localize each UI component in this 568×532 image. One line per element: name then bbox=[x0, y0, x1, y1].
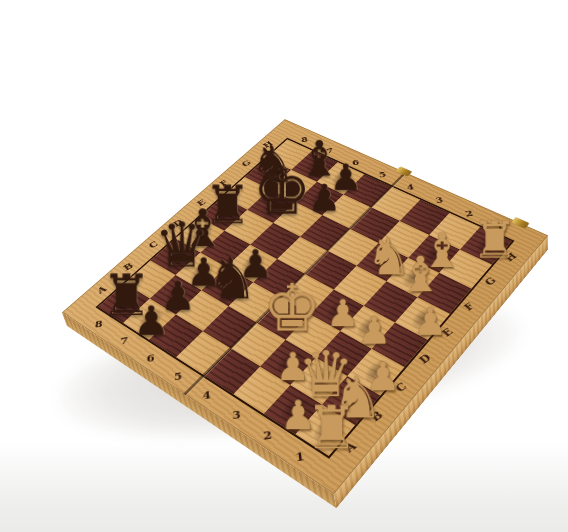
file-label-D-near: D bbox=[417, 352, 434, 366]
black-knight-c6: ♞ bbox=[206, 250, 255, 307]
fold-hinge bbox=[395, 166, 412, 176]
rank-label-8-right: 8 bbox=[301, 136, 309, 144]
square-h5 bbox=[344, 174, 392, 207]
piece-shadow bbox=[209, 202, 241, 226]
square-a7: ♟ bbox=[123, 299, 176, 340]
square-f7: ♚ bbox=[247, 189, 295, 223]
square-h6: ♟ bbox=[317, 162, 364, 194]
piece-shadow bbox=[254, 163, 285, 185]
white-rook-a1: ♜ bbox=[303, 399, 360, 458]
black-king-f7: ♚ bbox=[253, 159, 299, 224]
black-rook-e8: ♜ bbox=[204, 179, 250, 232]
file-label-F-far: F bbox=[218, 179, 230, 188]
playing-squares: ♜♛♝♜♞♟♟♟♚♝♞♟♟♟♚♟♟♞♟♛♟♝♝♜♞♟♟♜ bbox=[98, 139, 511, 455]
file-label-H-far: H bbox=[261, 140, 275, 150]
photo-stage: ♜♛♝♜♞♟♟♟♚♝♞♟♟♟♚♟♟♞♟♛♟♝♝♜♞♟♟♜ 88776655443… bbox=[0, 0, 568, 532]
rank-label-6-left: 6 bbox=[146, 352, 154, 364]
piece-shadow bbox=[301, 155, 332, 177]
square-h7: ♝ bbox=[291, 151, 337, 182]
file-label-G-near: G bbox=[482, 275, 499, 288]
chess-board-3d: ♜♛♝♜♞♟♟♟♚♝♞♟♟♟♚♟♟♞♟♛♟♝♝♜♞♟♟♜ 88776655443… bbox=[62, 119, 548, 494]
square-a1: ♜ bbox=[296, 405, 355, 456]
square-f2: ♝ bbox=[387, 258, 440, 298]
square-g8: ♞ bbox=[245, 158, 291, 189]
square-f8 bbox=[223, 177, 270, 210]
rank-label-3-right: 3 bbox=[434, 196, 444, 206]
black-knight-g8: ♞ bbox=[250, 139, 294, 190]
square-g5 bbox=[322, 194, 371, 228]
square-c4: ♚ bbox=[257, 298, 311, 340]
rank-label-5-left: 5 bbox=[174, 370, 182, 383]
piece-shadow bbox=[185, 223, 218, 248]
file-label-G-far: G bbox=[240, 159, 253, 169]
white-pawn-e1: ♟ bbox=[404, 303, 456, 341]
rank-label-6-right: 6 bbox=[351, 158, 359, 167]
black-pawn-h6: ♟ bbox=[324, 159, 369, 195]
piece-shadow bbox=[326, 167, 357, 190]
rank-label-5-right: 5 bbox=[378, 170, 387, 179]
square-g7 bbox=[270, 170, 317, 202]
square-e8: ♜ bbox=[199, 197, 247, 231]
square-f5 bbox=[300, 215, 350, 251]
white-rook-h1: ♜ bbox=[470, 215, 519, 266]
square-h8 bbox=[266, 139, 312, 169]
perspective-scene: ♜♛♝♜♞♟♟♟♚♝♞♟♟♟♚♟♟♞♟♛♟♝♝♜♞♟♟♜ 88776655443… bbox=[0, 0, 568, 532]
file-label-D-far: D bbox=[171, 218, 185, 229]
rank-label-4-left: 4 bbox=[202, 389, 211, 402]
rank-label-4-right: 4 bbox=[406, 183, 415, 192]
black-bishop-h7: ♝ bbox=[297, 134, 341, 183]
white-bishop-f2: ♝ bbox=[395, 250, 445, 299]
white-pawn-d2: ♟ bbox=[348, 312, 400, 350]
file-label-F-near: F bbox=[461, 301, 476, 313]
board-tilt-wrapper: ♜♛♝♜♞♟♟♟♚♝♞♟♟♟♚♟♟♞♟♛♟♝♝♜♞♟♟♜ 88776655443… bbox=[106, 75, 504, 473]
piece-shadow bbox=[305, 187, 337, 211]
square-g6: ♟ bbox=[296, 182, 344, 215]
piece-shadow bbox=[257, 194, 289, 218]
rank-label-3-left: 3 bbox=[232, 408, 241, 422]
square-e7 bbox=[224, 210, 273, 245]
black-pawn-g6: ♟ bbox=[302, 179, 348, 216]
square-f6 bbox=[273, 202, 322, 237]
black-pawn-a7: ♟ bbox=[126, 300, 176, 341]
square-h1: ♜ bbox=[460, 227, 512, 265]
file-label-E-far: E bbox=[195, 198, 208, 208]
square-c6: ♞ bbox=[202, 267, 254, 306]
rank-label-7-right: 7 bbox=[326, 147, 334, 156]
square-h4 bbox=[371, 187, 420, 221]
board-frame: ♜♛♝♜♞♟♟♟♚♝♞♟♟♟♚♟♟♞♟♛♟♝♝♜♞♟♟♜ 88776655443… bbox=[62, 119, 548, 494]
file-label-C-far: C bbox=[147, 239, 160, 250]
square-e1: ♟ bbox=[395, 297, 450, 340]
white-king-c4: ♚ bbox=[263, 275, 314, 341]
